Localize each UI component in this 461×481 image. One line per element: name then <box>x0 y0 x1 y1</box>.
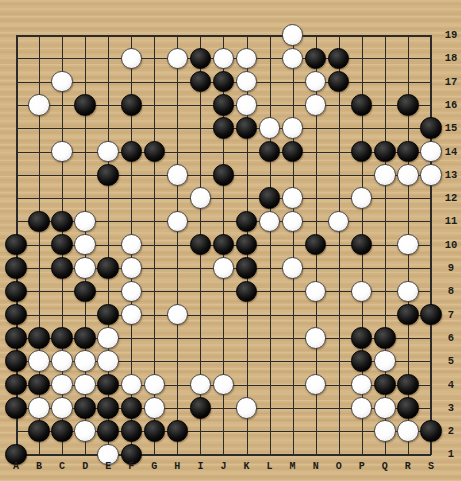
intersection-p16[interactable] <box>350 93 373 116</box>
intersection-s13[interactable] <box>419 163 442 186</box>
intersection-s3[interactable] <box>419 396 442 419</box>
intersection-l9[interactable] <box>258 256 281 279</box>
intersection-i4[interactable] <box>189 373 212 396</box>
intersection-n5[interactable] <box>304 350 327 373</box>
intersection-m15[interactable] <box>281 117 304 140</box>
intersection-l3[interactable] <box>258 396 281 419</box>
intersection-b14[interactable] <box>28 140 51 163</box>
intersection-k4[interactable] <box>235 373 258 396</box>
intersection-p4[interactable] <box>350 373 373 396</box>
intersection-n4[interactable] <box>304 373 327 396</box>
intersection-j3[interactable] <box>212 396 235 419</box>
intersection-j2[interactable] <box>212 419 235 442</box>
intersection-r7[interactable] <box>396 303 419 326</box>
intersection-l2[interactable] <box>258 419 281 442</box>
intersection-l10[interactable] <box>258 233 281 256</box>
intersection-g18[interactable] <box>143 47 166 70</box>
intersection-b16[interactable] <box>28 93 51 116</box>
intersection-o14[interactable] <box>327 140 350 163</box>
intersection-s12[interactable] <box>419 186 442 209</box>
intersection-o12[interactable] <box>327 186 350 209</box>
intersection-n18[interactable] <box>304 47 327 70</box>
intersection-j12[interactable] <box>212 186 235 209</box>
intersection-f16[interactable] <box>120 93 143 116</box>
intersection-r8[interactable] <box>396 280 419 303</box>
intersection-i12[interactable] <box>189 186 212 209</box>
intersection-m13[interactable] <box>281 163 304 186</box>
intersection-a2[interactable] <box>5 419 28 442</box>
intersection-s14[interactable] <box>419 140 442 163</box>
intersection-b8[interactable] <box>28 280 51 303</box>
intersection-g6[interactable] <box>143 326 166 349</box>
intersection-m7[interactable] <box>281 303 304 326</box>
intersection-h7[interactable] <box>166 303 189 326</box>
intersection-q12[interactable] <box>373 186 396 209</box>
intersection-o17[interactable] <box>327 70 350 93</box>
intersection-i9[interactable] <box>189 256 212 279</box>
intersection-g16[interactable] <box>143 93 166 116</box>
intersection-f12[interactable] <box>120 186 143 209</box>
intersection-h18[interactable] <box>166 47 189 70</box>
intersection-r11[interactable] <box>396 210 419 233</box>
intersection-s5[interactable] <box>419 350 442 373</box>
intersection-e6[interactable] <box>97 326 120 349</box>
intersection-i13[interactable] <box>189 163 212 186</box>
intersection-h12[interactable] <box>166 186 189 209</box>
intersection-h17[interactable] <box>166 70 189 93</box>
intersection-c11[interactable] <box>51 210 74 233</box>
intersection-k7[interactable] <box>235 303 258 326</box>
intersection-n11[interactable] <box>304 210 327 233</box>
intersection-e14[interactable] <box>97 140 120 163</box>
intersection-k9[interactable] <box>235 256 258 279</box>
intersection-d3[interactable] <box>74 396 97 419</box>
intersection-i8[interactable] <box>189 280 212 303</box>
intersection-f3[interactable] <box>120 396 143 419</box>
intersection-d6[interactable] <box>74 326 97 349</box>
intersection-g10[interactable] <box>143 233 166 256</box>
intersection-r19[interactable] <box>396 23 419 46</box>
intersection-h15[interactable] <box>166 117 189 140</box>
intersection-l18[interactable] <box>258 47 281 70</box>
intersection-l4[interactable] <box>258 373 281 396</box>
intersection-h16[interactable] <box>166 93 189 116</box>
intersection-k5[interactable] <box>235 350 258 373</box>
intersection-m12[interactable] <box>281 186 304 209</box>
intersection-l5[interactable] <box>258 350 281 373</box>
intersection-d14[interactable] <box>74 140 97 163</box>
intersection-b5[interactable] <box>28 350 51 373</box>
intersection-r3[interactable] <box>396 396 419 419</box>
intersection-g19[interactable] <box>143 23 166 46</box>
intersection-c13[interactable] <box>51 163 74 186</box>
intersection-f14[interactable] <box>120 140 143 163</box>
intersection-k6[interactable] <box>235 326 258 349</box>
intersection-r2[interactable] <box>396 419 419 442</box>
intersection-n2[interactable] <box>304 419 327 442</box>
intersection-l11[interactable] <box>258 210 281 233</box>
intersection-k12[interactable] <box>235 186 258 209</box>
intersection-n8[interactable] <box>304 280 327 303</box>
intersection-f6[interactable] <box>120 326 143 349</box>
intersection-m18[interactable] <box>281 47 304 70</box>
intersection-d17[interactable] <box>74 70 97 93</box>
intersection-j5[interactable] <box>212 350 235 373</box>
intersection-n15[interactable] <box>304 117 327 140</box>
intersection-f13[interactable] <box>120 163 143 186</box>
intersection-b2[interactable] <box>28 419 51 442</box>
intersection-m11[interactable] <box>281 210 304 233</box>
intersection-r17[interactable] <box>396 70 419 93</box>
intersection-l15[interactable] <box>258 117 281 140</box>
intersection-g11[interactable] <box>143 210 166 233</box>
intersection-m3[interactable] <box>281 396 304 419</box>
intersection-n10[interactable] <box>304 233 327 256</box>
intersection-b11[interactable] <box>28 210 51 233</box>
intersection-n9[interactable] <box>304 256 327 279</box>
intersection-k2[interactable] <box>235 419 258 442</box>
intersection-p17[interactable] <box>350 70 373 93</box>
intersection-o4[interactable] <box>327 373 350 396</box>
intersection-n3[interactable] <box>304 396 327 419</box>
intersection-c17[interactable] <box>51 70 74 93</box>
intersection-b15[interactable] <box>28 117 51 140</box>
intersection-g13[interactable] <box>143 163 166 186</box>
intersection-s11[interactable] <box>419 210 442 233</box>
intersection-l17[interactable] <box>258 70 281 93</box>
intersection-j4[interactable] <box>212 373 235 396</box>
intersection-n13[interactable] <box>304 163 327 186</box>
intersection-s4[interactable] <box>419 373 442 396</box>
intersection-e8[interactable] <box>97 280 120 303</box>
intersection-h6[interactable] <box>166 326 189 349</box>
intersection-e3[interactable] <box>97 396 120 419</box>
intersection-p14[interactable] <box>350 140 373 163</box>
intersection-q7[interactable] <box>373 303 396 326</box>
intersection-d19[interactable] <box>74 23 97 46</box>
intersection-d5[interactable] <box>74 350 97 373</box>
intersection-c4[interactable] <box>51 373 74 396</box>
intersection-e2[interactable] <box>97 419 120 442</box>
intersection-j6[interactable] <box>212 326 235 349</box>
intersection-i7[interactable] <box>189 303 212 326</box>
intersection-f5[interactable] <box>120 350 143 373</box>
intersection-m6[interactable] <box>281 326 304 349</box>
intersection-e16[interactable] <box>97 93 120 116</box>
intersection-e13[interactable] <box>97 163 120 186</box>
intersection-c14[interactable] <box>51 140 74 163</box>
intersection-s9[interactable] <box>419 256 442 279</box>
intersection-h4[interactable] <box>166 373 189 396</box>
intersection-i19[interactable] <box>189 23 212 46</box>
intersection-i17[interactable] <box>189 70 212 93</box>
intersection-p8[interactable] <box>350 280 373 303</box>
intersection-r9[interactable] <box>396 256 419 279</box>
intersection-a15[interactable] <box>5 117 28 140</box>
intersection-i2[interactable] <box>189 419 212 442</box>
intersection-p15[interactable] <box>350 117 373 140</box>
intersection-f18[interactable] <box>120 47 143 70</box>
intersection-s19[interactable] <box>419 23 442 46</box>
intersection-o13[interactable] <box>327 163 350 186</box>
intersection-d9[interactable] <box>74 256 97 279</box>
intersection-f7[interactable] <box>120 303 143 326</box>
intersection-b19[interactable] <box>28 23 51 46</box>
intersection-i14[interactable] <box>189 140 212 163</box>
intersection-g15[interactable] <box>143 117 166 140</box>
intersection-m10[interactable] <box>281 233 304 256</box>
intersection-k19[interactable] <box>235 23 258 46</box>
intersection-f15[interactable] <box>120 117 143 140</box>
intersection-r13[interactable] <box>396 163 419 186</box>
intersection-r18[interactable] <box>396 47 419 70</box>
intersection-r14[interactable] <box>396 140 419 163</box>
intersection-p10[interactable] <box>350 233 373 256</box>
intersection-p3[interactable] <box>350 396 373 419</box>
intersection-a18[interactable] <box>5 47 28 70</box>
intersection-b6[interactable] <box>28 326 51 349</box>
intersection-s18[interactable] <box>419 47 442 70</box>
intersection-c8[interactable] <box>51 280 74 303</box>
intersection-k10[interactable] <box>235 233 258 256</box>
intersection-h8[interactable] <box>166 280 189 303</box>
intersection-d4[interactable] <box>74 373 97 396</box>
intersection-n7[interactable] <box>304 303 327 326</box>
intersection-q10[interactable] <box>373 233 396 256</box>
intersection-d18[interactable] <box>74 47 97 70</box>
intersection-e9[interactable] <box>97 256 120 279</box>
intersection-a5[interactable] <box>5 350 28 373</box>
intersection-e11[interactable] <box>97 210 120 233</box>
intersection-j14[interactable] <box>212 140 235 163</box>
intersection-o5[interactable] <box>327 350 350 373</box>
intersection-p7[interactable] <box>350 303 373 326</box>
intersection-d13[interactable] <box>74 163 97 186</box>
intersection-d8[interactable] <box>74 280 97 303</box>
intersection-k3[interactable] <box>235 396 258 419</box>
intersection-o6[interactable] <box>327 326 350 349</box>
intersection-p5[interactable] <box>350 350 373 373</box>
intersection-b13[interactable] <box>28 163 51 186</box>
intersection-e5[interactable] <box>97 350 120 373</box>
intersection-s10[interactable] <box>419 233 442 256</box>
intersection-q19[interactable] <box>373 23 396 46</box>
intersection-j17[interactable] <box>212 70 235 93</box>
intersection-b3[interactable] <box>28 396 51 419</box>
intersection-p6[interactable] <box>350 326 373 349</box>
intersection-m9[interactable] <box>281 256 304 279</box>
intersection-a12[interactable] <box>5 186 28 209</box>
intersection-d12[interactable] <box>74 186 97 209</box>
intersection-m4[interactable] <box>281 373 304 396</box>
intersection-m14[interactable] <box>281 140 304 163</box>
intersection-g8[interactable] <box>143 280 166 303</box>
intersection-c7[interactable] <box>51 303 74 326</box>
intersection-q4[interactable] <box>373 373 396 396</box>
intersection-e18[interactable] <box>97 47 120 70</box>
intersection-k13[interactable] <box>235 163 258 186</box>
intersection-r16[interactable] <box>396 93 419 116</box>
intersection-o18[interactable] <box>327 47 350 70</box>
intersection-l14[interactable] <box>258 140 281 163</box>
intersection-m16[interactable] <box>281 93 304 116</box>
intersection-i6[interactable] <box>189 326 212 349</box>
intersection-a8[interactable] <box>5 280 28 303</box>
intersection-n17[interactable] <box>304 70 327 93</box>
intersection-m19[interactable] <box>281 23 304 46</box>
intersection-b4[interactable] <box>28 373 51 396</box>
intersection-n12[interactable] <box>304 186 327 209</box>
intersection-o15[interactable] <box>327 117 350 140</box>
intersection-a9[interactable] <box>5 256 28 279</box>
intersection-c16[interactable] <box>51 93 74 116</box>
intersection-m8[interactable] <box>281 280 304 303</box>
intersection-r15[interactable] <box>396 117 419 140</box>
intersection-b9[interactable] <box>28 256 51 279</box>
intersection-h14[interactable] <box>166 140 189 163</box>
intersection-k14[interactable] <box>235 140 258 163</box>
intersection-i11[interactable] <box>189 210 212 233</box>
intersection-j9[interactable] <box>212 256 235 279</box>
intersection-s7[interactable] <box>419 303 442 326</box>
intersection-n19[interactable] <box>304 23 327 46</box>
intersection-h10[interactable] <box>166 233 189 256</box>
intersection-k18[interactable] <box>235 47 258 70</box>
intersection-a6[interactable] <box>5 326 28 349</box>
intersection-i10[interactable] <box>189 233 212 256</box>
intersection-h9[interactable] <box>166 256 189 279</box>
intersection-p9[interactable] <box>350 256 373 279</box>
intersection-s16[interactable] <box>419 93 442 116</box>
intersection-e4[interactable] <box>97 373 120 396</box>
intersection-l8[interactable] <box>258 280 281 303</box>
intersection-q8[interactable] <box>373 280 396 303</box>
intersection-s6[interactable] <box>419 326 442 349</box>
intersection-a19[interactable] <box>5 23 28 46</box>
intersection-c19[interactable] <box>51 23 74 46</box>
intersection-g12[interactable] <box>143 186 166 209</box>
intersection-h5[interactable] <box>166 350 189 373</box>
intersection-e19[interactable] <box>97 23 120 46</box>
intersection-o2[interactable] <box>327 419 350 442</box>
intersection-l12[interactable] <box>258 186 281 209</box>
intersection-d15[interactable] <box>74 117 97 140</box>
intersection-g9[interactable] <box>143 256 166 279</box>
intersection-e17[interactable] <box>97 70 120 93</box>
intersection-q17[interactable] <box>373 70 396 93</box>
intersection-n6[interactable] <box>304 326 327 349</box>
intersection-k11[interactable] <box>235 210 258 233</box>
intersection-q18[interactable] <box>373 47 396 70</box>
intersection-c10[interactable] <box>51 233 74 256</box>
intersection-a7[interactable] <box>5 303 28 326</box>
intersection-j13[interactable] <box>212 163 235 186</box>
intersection-j7[interactable] <box>212 303 235 326</box>
intersection-j18[interactable] <box>212 47 235 70</box>
intersection-c15[interactable] <box>51 117 74 140</box>
intersection-o8[interactable] <box>327 280 350 303</box>
intersection-o9[interactable] <box>327 256 350 279</box>
intersection-p19[interactable] <box>350 23 373 46</box>
intersection-q9[interactable] <box>373 256 396 279</box>
intersection-b7[interactable] <box>28 303 51 326</box>
intersection-q6[interactable] <box>373 326 396 349</box>
intersection-d10[interactable] <box>74 233 97 256</box>
intersection-b18[interactable] <box>28 47 51 70</box>
intersection-f17[interactable] <box>120 70 143 93</box>
intersection-k16[interactable] <box>235 93 258 116</box>
intersection-a4[interactable] <box>5 373 28 396</box>
intersection-r4[interactable] <box>396 373 419 396</box>
intersection-e10[interactable] <box>97 233 120 256</box>
intersection-f8[interactable] <box>120 280 143 303</box>
intersection-n16[interactable] <box>304 93 327 116</box>
intersection-i16[interactable] <box>189 93 212 116</box>
intersection-q15[interactable] <box>373 117 396 140</box>
intersection-h11[interactable] <box>166 210 189 233</box>
intersection-o10[interactable] <box>327 233 350 256</box>
intersection-f2[interactable] <box>120 419 143 442</box>
intersection-f10[interactable] <box>120 233 143 256</box>
intersection-c9[interactable] <box>51 256 74 279</box>
intersection-f4[interactable] <box>120 373 143 396</box>
intersection-f11[interactable] <box>120 210 143 233</box>
intersection-j15[interactable] <box>212 117 235 140</box>
intersection-j19[interactable] <box>212 23 235 46</box>
intersection-m2[interactable] <box>281 419 304 442</box>
intersection-l16[interactable] <box>258 93 281 116</box>
intersection-c5[interactable] <box>51 350 74 373</box>
intersection-o11[interactable] <box>327 210 350 233</box>
intersection-e7[interactable] <box>97 303 120 326</box>
intersection-j11[interactable] <box>212 210 235 233</box>
intersection-q14[interactable] <box>373 140 396 163</box>
intersection-h13[interactable] <box>166 163 189 186</box>
intersection-r10[interactable] <box>396 233 419 256</box>
intersection-c18[interactable] <box>51 47 74 70</box>
intersection-a17[interactable] <box>5 70 28 93</box>
intersection-p18[interactable] <box>350 47 373 70</box>
intersection-q5[interactable] <box>373 350 396 373</box>
intersection-r5[interactable] <box>396 350 419 373</box>
intersection-a10[interactable] <box>5 233 28 256</box>
intersection-o16[interactable] <box>327 93 350 116</box>
intersection-r12[interactable] <box>396 186 419 209</box>
intersection-q13[interactable] <box>373 163 396 186</box>
intersection-j8[interactable] <box>212 280 235 303</box>
intersection-g5[interactable] <box>143 350 166 373</box>
intersection-r6[interactable] <box>396 326 419 349</box>
intersection-k17[interactable] <box>235 70 258 93</box>
intersection-l19[interactable] <box>258 23 281 46</box>
intersection-b17[interactable] <box>28 70 51 93</box>
intersection-a14[interactable] <box>5 140 28 163</box>
intersection-q2[interactable] <box>373 419 396 442</box>
intersection-g14[interactable] <box>143 140 166 163</box>
intersection-m5[interactable] <box>281 350 304 373</box>
intersection-a3[interactable] <box>5 396 28 419</box>
intersection-i3[interactable] <box>189 396 212 419</box>
intersection-s15[interactable] <box>419 117 442 140</box>
intersection-g7[interactable] <box>143 303 166 326</box>
intersection-o19[interactable] <box>327 23 350 46</box>
intersection-h2[interactable] <box>166 419 189 442</box>
intersection-l6[interactable] <box>258 326 281 349</box>
intersection-e15[interactable] <box>97 117 120 140</box>
intersection-c6[interactable] <box>51 326 74 349</box>
intersection-j16[interactable] <box>212 93 235 116</box>
intersection-g17[interactable] <box>143 70 166 93</box>
